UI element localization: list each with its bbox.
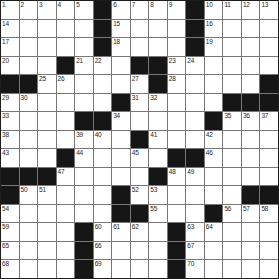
clue-number: 16 [206, 20, 213, 27]
block-r2c6 [94, 20, 112, 38]
cell-r5c11[interactable] [186, 75, 204, 93]
cell-r8c14[interactable] [242, 131, 260, 149]
cell-r6c1[interactable]: 29 [1, 94, 19, 112]
cell-r15c3[interactable] [38, 260, 56, 278]
block-r11c1 [1, 186, 19, 204]
cell-r3c4[interactable] [57, 38, 75, 56]
cell-r14c3[interactable] [38, 242, 56, 260]
cell-r11c12[interactable] [205, 186, 223, 204]
block-r5c2 [20, 75, 38, 93]
cell-r12c10[interactable] [168, 205, 186, 223]
block-r4c9 [149, 57, 167, 75]
cell-r11c3[interactable]: 51 [38, 186, 56, 204]
clue-number: 33 [2, 112, 9, 119]
cell-r8c2[interactable] [20, 131, 38, 149]
cell-r12c15[interactable]: 58 [260, 205, 278, 223]
clue-number: 35 [224, 112, 231, 119]
cell-r14c1[interactable]: 65 [1, 242, 19, 260]
cell-r14c13[interactable] [223, 242, 241, 260]
cell-r9c6[interactable] [94, 149, 112, 167]
cell-r4c7[interactable] [112, 57, 130, 75]
cell-r15c1[interactable]: 68 [1, 260, 19, 278]
cell-r9c2[interactable] [20, 149, 38, 167]
block-r5c15 [260, 75, 278, 93]
clue-number: 5 [76, 1, 79, 8]
cell-r9c8[interactable]: 45 [131, 149, 149, 167]
cell-r2c15[interactable] [260, 20, 278, 38]
cell-r1c2[interactable]: 2 [20, 1, 38, 19]
clue-number: 8 [150, 1, 153, 8]
cell-r9c5[interactable]: 44 [75, 149, 93, 167]
cell-r2c8[interactable] [131, 20, 149, 38]
cell-r2c7[interactable]: 15 [112, 20, 130, 38]
clue-number: 3 [39, 1, 42, 8]
cell-r7c3[interactable] [38, 112, 56, 130]
cell-r3c8[interactable] [131, 38, 149, 56]
block-r6c15 [260, 94, 278, 112]
clue-number: 22 [95, 57, 102, 64]
clue-number: 61 [113, 223, 120, 230]
cell-r11c6[interactable] [94, 186, 112, 204]
cell-r3c2[interactable] [20, 38, 38, 56]
cell-r12c3[interactable] [38, 205, 56, 223]
cell-r9c14[interactable] [242, 149, 260, 167]
block-r6c13 [223, 94, 241, 112]
cell-r7c11[interactable] [186, 112, 204, 130]
cell-r11c8[interactable]: 52 [131, 186, 149, 204]
clue-number: 46 [206, 149, 213, 156]
cell-r6c4[interactable] [57, 94, 75, 112]
clue-number: 60 [95, 223, 102, 230]
cell-r10c6[interactable] [94, 168, 112, 186]
cell-r6c3[interactable] [38, 94, 56, 112]
cell-r9c1[interactable]: 43 [1, 149, 19, 167]
cell-r7c10[interactable] [168, 112, 186, 130]
cell-r5c4[interactable]: 26 [57, 75, 75, 93]
block-r8c8 [131, 131, 149, 149]
clue-number: 24 [187, 57, 194, 64]
clue-number: 11 [224, 1, 230, 8]
block-r7c12 [205, 112, 223, 130]
clue-number: 40 [95, 131, 102, 138]
cell-r11c5[interactable] [75, 186, 93, 204]
cell-r12c9[interactable]: 55 [149, 205, 167, 223]
clue-number: 48 [169, 168, 176, 175]
cell-r1c5[interactable]: 5 [75, 1, 93, 19]
clue-number: 4 [58, 1, 61, 8]
clue-number: 38 [2, 131, 9, 138]
cell-r10c11[interactable]: 49 [186, 168, 204, 186]
cell-r2c10[interactable] [168, 20, 186, 38]
cell-r13c8[interactable]: 62 [131, 223, 149, 241]
cell-r2c2[interactable] [20, 20, 38, 38]
cell-r15c6[interactable]: 69 [94, 260, 112, 278]
cell-r13c12[interactable]: 64 [205, 223, 223, 241]
clue-number: 64 [206, 223, 213, 230]
cell-r10c4[interactable]: 47 [57, 168, 75, 186]
clue-number: 12 [243, 1, 250, 8]
cell-r8c4[interactable] [57, 131, 75, 149]
cell-r1c4[interactable]: 4 [57, 1, 75, 19]
cell-r4c13[interactable] [223, 57, 241, 75]
block-r11c15 [260, 186, 278, 204]
clue-number: 66 [95, 242, 102, 249]
crossword-board: 1234567891011121314151617181920212223242… [0, 0, 279, 279]
clue-number: 7 [132, 1, 135, 8]
clue-number: 47 [58, 168, 65, 175]
cell-r7c14[interactable]: 36 [242, 112, 260, 130]
clue-number: 68 [2, 260, 9, 267]
cell-r4c1[interactable]: 20 [1, 57, 19, 75]
cell-r7c9[interactable] [149, 112, 167, 130]
clue-number: 17 [2, 38, 9, 45]
clue-number: 70 [187, 260, 194, 267]
cell-r9c13[interactable] [223, 149, 241, 167]
cell-r4c6[interactable]: 22 [94, 57, 112, 75]
cell-r14c4[interactable] [57, 242, 75, 260]
cell-r5c8[interactable]: 27 [131, 75, 149, 93]
clue-number: 65 [2, 242, 9, 249]
cell-r8c11[interactable] [186, 131, 204, 149]
cell-r8c5[interactable]: 39 [75, 131, 93, 149]
cell-r13c15[interactable] [260, 223, 278, 241]
cell-r14c7[interactable] [112, 242, 130, 260]
cell-r6c11[interactable] [186, 94, 204, 112]
clue-number: 56 [224, 205, 231, 212]
clue-number: 49 [187, 168, 194, 175]
cell-r9c12[interactable]: 46 [205, 149, 223, 167]
block-r2c11 [186, 20, 204, 38]
cell-r2c5[interactable] [75, 20, 93, 38]
block-r7c5 [75, 112, 93, 130]
clue-number: 43 [2, 149, 9, 156]
cell-r5c3[interactable]: 25 [38, 75, 56, 93]
cell-r12c2[interactable] [20, 205, 38, 223]
cell-r1c15[interactable]: 13 [260, 1, 278, 19]
cell-r10c12[interactable] [205, 168, 223, 186]
block-r15c10 [168, 260, 186, 278]
cell-r5c12[interactable] [205, 75, 223, 93]
block-r9c10 [168, 149, 186, 167]
clue-number: 62 [132, 223, 139, 230]
cell-r7c7[interactable]: 34 [112, 112, 130, 130]
cell-r5c14[interactable] [242, 75, 260, 93]
block-r11c7 [112, 186, 130, 204]
clue-number: 26 [58, 75, 65, 82]
cell-r13c4[interactable] [57, 223, 75, 241]
clue-number: 42 [206, 131, 213, 138]
clue-number: 10 [206, 1, 213, 8]
cell-r8c7[interactable] [112, 131, 130, 149]
clue-number: 53 [150, 186, 157, 193]
cell-r11c2[interactable]: 50 [20, 186, 38, 204]
block-r15c5 [75, 260, 93, 278]
cell-r5c10[interactable]: 28 [168, 75, 186, 93]
cell-r3c10[interactable] [168, 38, 186, 56]
clue-number: 2 [21, 1, 24, 8]
cell-r15c8[interactable] [131, 260, 149, 278]
cell-r14c6[interactable]: 66 [94, 242, 112, 260]
cell-r14c9[interactable] [149, 242, 167, 260]
cell-r1c10[interactable]: 9 [168, 1, 186, 19]
cell-r3c9[interactable] [149, 38, 167, 56]
cell-r12c1[interactable]: 54 [1, 205, 19, 223]
clue-number: 9 [169, 1, 172, 8]
cell-r8c12[interactable]: 42 [205, 131, 223, 149]
cell-r13c6[interactable]: 60 [94, 223, 112, 241]
cell-r5c13[interactable] [223, 75, 241, 93]
cell-r6c8[interactable]: 31 [131, 94, 149, 112]
cell-r14c11[interactable]: 67 [186, 242, 204, 260]
clue-number: 52 [132, 186, 139, 193]
cell-r7c13[interactable]: 35 [223, 112, 241, 130]
cell-r12c14[interactable]: 57 [242, 205, 260, 223]
cell-r15c2[interactable] [20, 260, 38, 278]
clue-number: 51 [39, 186, 46, 193]
clue-number: 32 [150, 94, 157, 101]
cell-r2c14[interactable] [242, 20, 260, 38]
cell-r10c10[interactable]: 48 [168, 168, 186, 186]
clue-number: 15 [113, 20, 120, 27]
cell-r13c11[interactable]: 63 [186, 223, 204, 241]
cell-r13c3[interactable] [38, 223, 56, 241]
cell-r3c1[interactable]: 17 [1, 38, 19, 56]
block-r10c3 [38, 168, 56, 186]
cell-r1c3[interactable]: 3 [38, 1, 56, 19]
clue-number: 25 [39, 75, 46, 82]
cell-r9c15[interactable] [260, 149, 278, 167]
cell-r15c7[interactable] [112, 260, 130, 278]
cell-r3c12[interactable]: 19 [205, 38, 223, 56]
cell-r2c12[interactable]: 16 [205, 20, 223, 38]
cell-r14c14[interactable] [242, 242, 260, 260]
block-r4c4 [57, 57, 75, 75]
cell-r7c4[interactable] [57, 112, 75, 130]
cell-r11c11[interactable] [186, 186, 204, 204]
block-r4c8 [131, 57, 149, 75]
block-r12c7 [112, 205, 130, 223]
cell-r1c8[interactable]: 7 [131, 1, 149, 19]
clue-number: 29 [2, 94, 9, 101]
cell-r4c15[interactable] [260, 57, 278, 75]
cell-r2c3[interactable] [38, 20, 56, 38]
block-r9c4 [57, 149, 75, 167]
clue-number: 23 [169, 57, 176, 64]
cell-r8c13[interactable] [223, 131, 241, 149]
cell-r15c4[interactable] [57, 260, 75, 278]
block-r10c2 [20, 168, 38, 186]
block-r13c10 [168, 223, 186, 241]
cell-r3c13[interactable] [223, 38, 241, 56]
cell-r13c1[interactable]: 59 [1, 223, 19, 241]
cell-r9c9[interactable] [149, 149, 167, 167]
cell-r6c10[interactable] [168, 94, 186, 112]
clue-number: 31 [132, 94, 139, 101]
cell-r1c12[interactable]: 10 [205, 1, 223, 19]
clue-number: 69 [95, 260, 102, 267]
cell-r12c13[interactable]: 56 [223, 205, 241, 223]
cell-r1c1[interactable]: 1 [1, 1, 19, 19]
cell-r7c8[interactable] [131, 112, 149, 130]
cell-r11c13[interactable] [223, 186, 241, 204]
cell-r15c14[interactable] [242, 260, 260, 278]
clue-number: 54 [2, 205, 9, 212]
cell-r15c13[interactable] [223, 260, 241, 278]
block-r3c11 [186, 38, 204, 56]
cell-r11c4[interactable] [57, 186, 75, 204]
clue-number: 59 [2, 223, 9, 230]
cell-r10c8[interactable] [131, 168, 149, 186]
clue-number: 28 [169, 75, 176, 82]
cell-r3c14[interactable] [242, 38, 260, 56]
cell-r15c11[interactable]: 70 [186, 260, 204, 278]
cell-r1c7[interactable]: 6 [112, 1, 130, 19]
cell-r10c15[interactable] [260, 168, 278, 186]
clue-number: 44 [76, 149, 83, 156]
cell-r14c2[interactable] [20, 242, 38, 260]
clue-number: 39 [76, 131, 83, 138]
cell-r2c9[interactable] [149, 20, 167, 38]
cell-r3c15[interactable] [260, 38, 278, 56]
clue-number: 57 [243, 205, 250, 212]
block-r11c14 [242, 186, 260, 204]
cell-r11c9[interactable]: 53 [149, 186, 167, 204]
cell-r8c15[interactable] [260, 131, 278, 149]
cell-r6c5[interactable] [75, 94, 93, 112]
cell-r10c5[interactable] [75, 168, 93, 186]
cell-r3c7[interactable]: 18 [112, 38, 130, 56]
cell-r5c7[interactable] [112, 75, 130, 93]
cell-r1c9[interactable]: 8 [149, 1, 167, 19]
clue-number: 55 [150, 205, 157, 212]
block-r13c5 [75, 223, 93, 241]
cell-r13c2[interactable] [20, 223, 38, 241]
cell-r3c5[interactable] [75, 38, 93, 56]
clue-number: 20 [2, 57, 9, 64]
clue-number: 63 [187, 223, 194, 230]
cell-r4c14[interactable] [242, 57, 260, 75]
cell-r9c3[interactable] [38, 149, 56, 167]
clue-number: 21 [76, 57, 83, 64]
cell-r14c8[interactable] [131, 242, 149, 260]
block-r14c10 [168, 242, 186, 260]
cell-r4c10[interactable]: 23 [168, 57, 186, 75]
cell-r12c11[interactable] [186, 205, 204, 223]
cell-r8c9[interactable]: 41 [149, 131, 167, 149]
clue-number: 45 [132, 149, 139, 156]
clue-number: 34 [113, 112, 120, 119]
clue-number: 27 [132, 75, 139, 82]
cell-r4c2[interactable] [20, 57, 38, 75]
block-r6c14 [242, 94, 260, 112]
block-r1c11 [186, 1, 204, 19]
cell-r10c13[interactable] [223, 168, 241, 186]
clue-number: 14 [2, 20, 9, 27]
cell-r11c10[interactable] [168, 186, 186, 204]
block-r3c6 [94, 38, 112, 56]
clue-number: 41 [150, 131, 157, 138]
cell-r9c7[interactable] [112, 149, 130, 167]
cell-r8c1[interactable]: 38 [1, 131, 19, 149]
cell-r7c1[interactable]: 33 [1, 112, 19, 130]
cell-r13c9[interactable] [149, 223, 167, 241]
cell-r8c10[interactable] [168, 131, 186, 149]
block-r12c12 [205, 205, 223, 223]
cell-r14c15[interactable] [260, 242, 278, 260]
cell-r4c3[interactable] [38, 57, 56, 75]
cell-r8c3[interactable] [38, 131, 56, 149]
cell-r4c11[interactable]: 24 [186, 57, 204, 75]
block-r9c11 [186, 149, 204, 167]
cell-r12c5[interactable] [75, 205, 93, 223]
clue-number: 37 [261, 112, 268, 119]
cell-r12c4[interactable] [57, 205, 75, 223]
cell-r1c13[interactable]: 11 [223, 1, 241, 19]
cell-r8c6[interactable]: 40 [94, 131, 112, 149]
cell-r14c12[interactable] [205, 242, 223, 260]
block-r6c7 [112, 94, 130, 112]
cell-r13c7[interactable]: 61 [112, 223, 130, 241]
block-r10c9 [149, 168, 167, 186]
clue-number: 19 [206, 38, 213, 45]
cell-r3c3[interactable] [38, 38, 56, 56]
clue-number: 6 [113, 1, 116, 8]
cell-r4c5[interactable]: 21 [75, 57, 93, 75]
clue-number: 36 [243, 112, 250, 119]
clue-number: 58 [261, 205, 268, 212]
clue-number: 30 [21, 94, 28, 101]
cell-r7c2[interactable] [20, 112, 38, 130]
block-r5c1 [1, 75, 19, 93]
cell-r1c14[interactable]: 12 [242, 1, 260, 19]
cell-r6c12[interactable] [205, 94, 223, 112]
cell-r2c4[interactable] [57, 20, 75, 38]
block-r14c5 [75, 242, 93, 260]
cell-r6c2[interactable]: 30 [20, 94, 38, 112]
cell-r13c13[interactable] [223, 223, 241, 241]
cell-r4c12[interactable] [205, 57, 223, 75]
block-r1c6 [94, 1, 112, 19]
cell-r2c13[interactable] [223, 20, 241, 38]
cell-r15c12[interactable] [205, 260, 223, 278]
cell-r13c14[interactable] [242, 223, 260, 241]
cell-r10c7[interactable] [112, 168, 130, 186]
cell-r7c15[interactable]: 37 [260, 112, 278, 130]
block-r12c8 [131, 205, 149, 223]
cell-r2c1[interactable]: 14 [1, 20, 19, 38]
clue-number: 67 [187, 242, 194, 249]
cell-r6c6[interactable] [94, 94, 112, 112]
cell-r15c15[interactable] [260, 260, 278, 278]
clue-number: 13 [261, 1, 268, 8]
cell-r15c9[interactable] [149, 260, 167, 278]
block-r10c1 [1, 168, 19, 186]
cell-r6c9[interactable]: 32 [149, 94, 167, 112]
block-r5c9 [149, 75, 167, 93]
block-r7c6 [94, 112, 112, 130]
clue-number: 50 [21, 186, 28, 193]
clue-number: 1 [2, 1, 5, 8]
cell-r5c6[interactable] [94, 75, 112, 93]
cell-r12c6[interactable] [94, 205, 112, 223]
clue-number: 18 [113, 38, 120, 45]
cell-r10c14[interactable] [242, 168, 260, 186]
cell-r5c5[interactable] [75, 75, 93, 93]
